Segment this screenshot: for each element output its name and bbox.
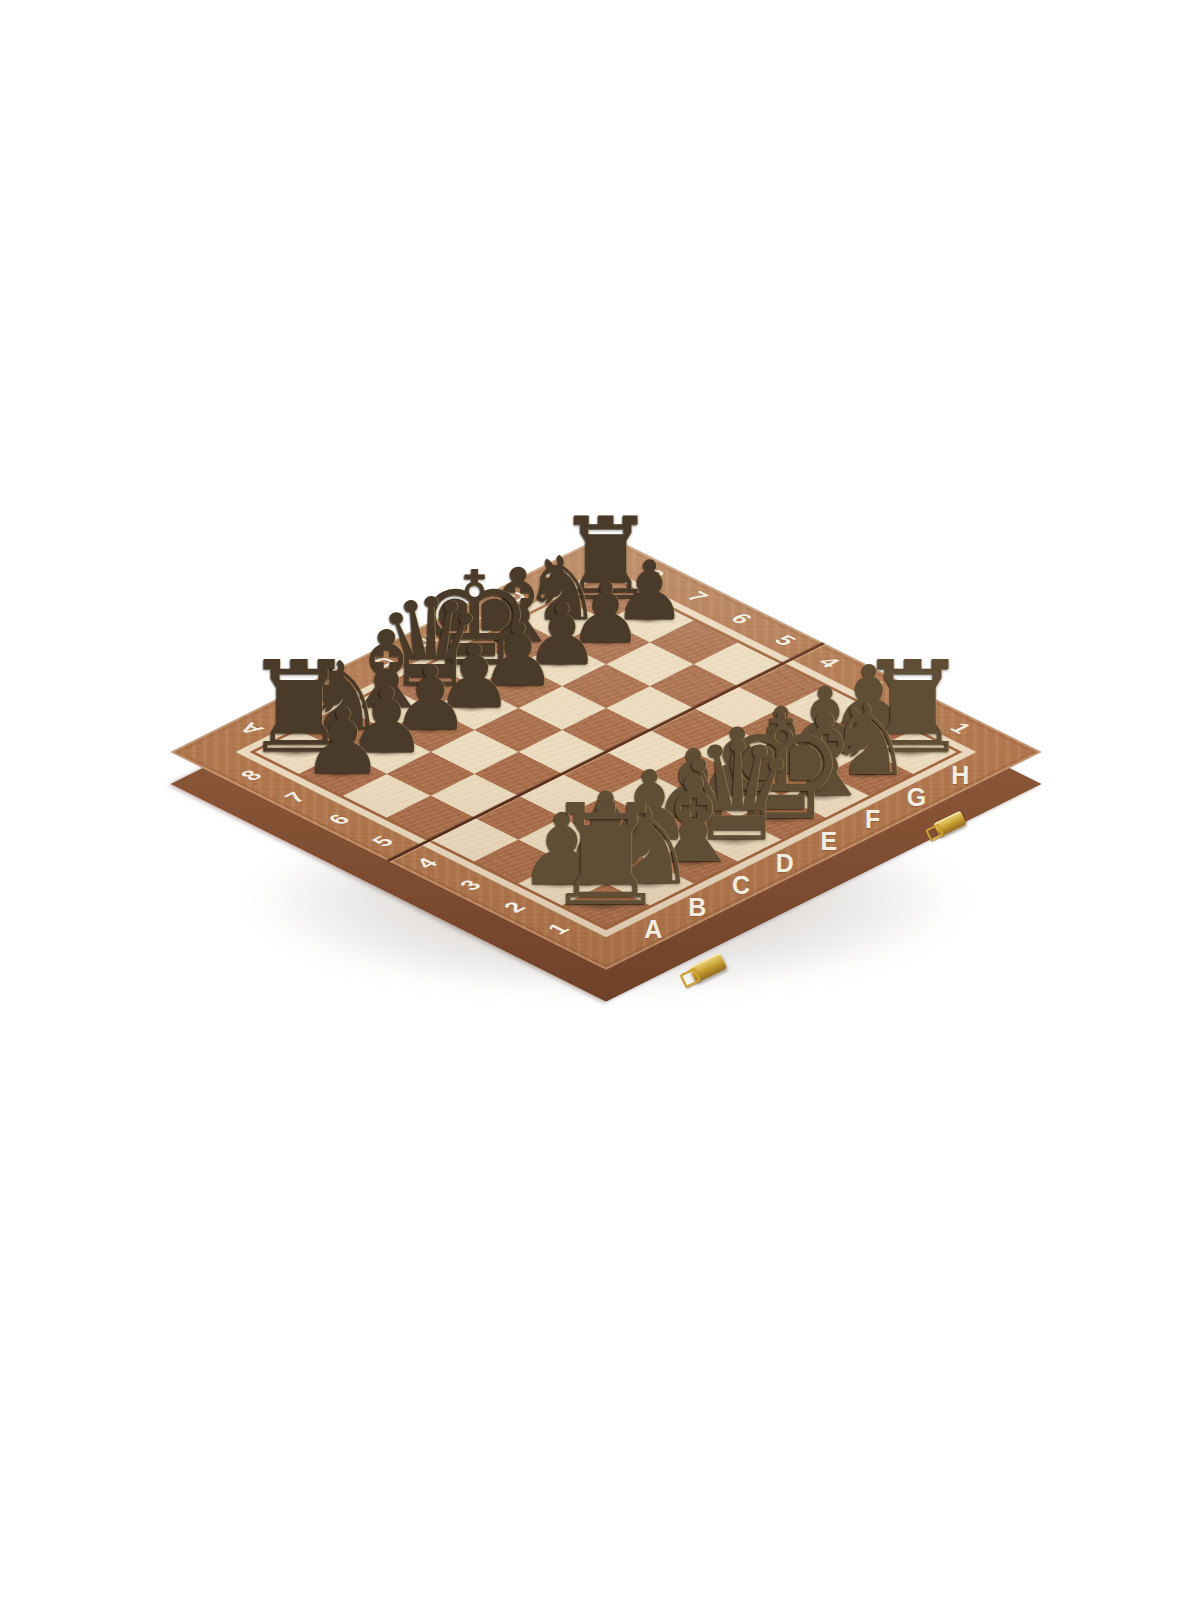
rank-label-right-6: 6 [726,611,757,626]
file-label-near-e: E [820,829,837,854]
file-label-far-g: G [497,588,532,606]
rank-label-left-6: 6 [324,812,355,827]
rank-label-left-1: 1 [543,921,574,936]
rank-label-left-4: 4 [412,856,443,871]
rank-label-left-8: 8 [236,768,267,783]
file-label-near-a: A [644,917,662,942]
rank-label-right-3: 3 [857,677,888,692]
file-label-near-g: G [907,785,926,810]
rank-label-left-7: 7 [280,790,311,805]
file-label-far-c: C [322,676,356,693]
file-label-near-h: H [951,763,969,788]
file-label-far-f: F [455,611,487,627]
file-label-far-a: A [235,720,269,737]
rank-label-left-2: 2 [499,900,530,915]
file-label-near-c: C [732,873,750,898]
file-label-near-b: B [688,895,706,920]
file-label-far-b: B [279,698,313,715]
rank-label-right-7: 7 [682,589,713,604]
file-label-far-h: H [542,566,576,583]
product-photo: HH88GG77FF66EE55DD44CC33BB22AA11 ♜♞♝♛♚♝♞… [0,0,1200,1600]
rank-label-left-3: 3 [456,878,487,893]
rank-label-right-1: 1 [945,721,976,736]
rank-label-left-5: 5 [368,834,399,849]
file-label-far-d: D [366,654,400,671]
rank-label-right-5: 5 [769,633,800,648]
file-label-far-e: E [411,632,444,649]
rank-label-right-2: 2 [901,699,932,714]
rank-label-right-8: 8 [638,567,669,582]
file-label-near-f: F [865,807,880,832]
file-label-near-d: D [776,851,794,876]
rank-label-right-4: 4 [813,655,844,670]
